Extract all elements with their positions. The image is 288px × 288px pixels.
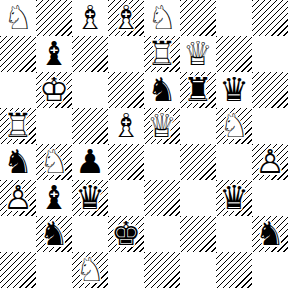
square-e6[interactable]: ♞♞ [144, 72, 180, 108]
square-b4[interactable]: ♞♘ [36, 144, 72, 180]
white-king-icon[interactable]: ♔ [36, 72, 72, 108]
square-g4[interactable] [216, 144, 252, 180]
square-c1[interactable]: ♞♘ [72, 252, 108, 288]
square-f1[interactable] [180, 252, 216, 288]
square-b8[interactable] [36, 0, 72, 36]
black-queen-icon[interactable]: ♛ [72, 180, 108, 216]
black-king-icon[interactable]: ♚ [108, 216, 144, 252]
square-c8[interactable]: ♝♗ [72, 0, 108, 36]
black-knight-icon[interactable]: ♞ [252, 216, 288, 252]
white-knight-icon[interactable]: ♘ [0, 0, 36, 36]
white-bishop-icon[interactable]: ♗ [108, 0, 144, 36]
square-h2[interactable]: ♞♞ [252, 216, 288, 252]
square-d6[interactable] [108, 72, 144, 108]
square-b6[interactable]: ♚♔ [36, 72, 72, 108]
white-knight-icon[interactable]: ♘ [144, 0, 180, 36]
square-a2[interactable] [0, 216, 36, 252]
square-e4[interactable] [144, 144, 180, 180]
square-g3[interactable]: ♛♛ [216, 180, 252, 216]
square-c7[interactable] [72, 36, 108, 72]
square-g2[interactable] [216, 216, 252, 252]
square-a1[interactable] [0, 252, 36, 288]
square-c4[interactable]: ♟♟ [72, 144, 108, 180]
square-f7[interactable]: ♛♕ [180, 36, 216, 72]
square-b1[interactable] [36, 252, 72, 288]
white-queen-icon[interactable]: ♕ [144, 108, 180, 144]
square-h6[interactable] [252, 72, 288, 108]
square-h5[interactable] [252, 108, 288, 144]
square-a3[interactable]: ♟♙ [0, 180, 36, 216]
square-f3[interactable] [180, 180, 216, 216]
black-bishop-icon[interactable]: ♝ [36, 36, 72, 72]
square-h8[interactable] [252, 0, 288, 36]
white-bishop-icon[interactable]: ♗ [72, 0, 108, 36]
square-a8[interactable]: ♞♘ [0, 0, 36, 36]
square-b7[interactable]: ♝♝ [36, 36, 72, 72]
chess-diagram: ♞♘♝♗♝♗♞♘♝♝♜♖♛♕♚♔♞♞♜♜♛♛♜♖♝♗♛♕♞♘♞♞♞♘♟♟♟♙♟♙… [0, 0, 288, 288]
square-g1[interactable] [216, 252, 252, 288]
square-d5[interactable]: ♝♗ [108, 108, 144, 144]
black-knight-icon[interactable]: ♞ [36, 216, 72, 252]
square-b3[interactable]: ♝♝ [36, 180, 72, 216]
square-b2[interactable]: ♞♞ [36, 216, 72, 252]
square-a7[interactable] [0, 36, 36, 72]
square-e1[interactable] [144, 252, 180, 288]
square-h3[interactable] [252, 180, 288, 216]
square-d7[interactable] [108, 36, 144, 72]
black-pawn-icon[interactable]: ♟ [72, 144, 108, 180]
square-f4[interactable] [180, 144, 216, 180]
square-g7[interactable] [216, 36, 252, 72]
white-knight-icon[interactable]: ♘ [36, 144, 72, 180]
square-f8[interactable] [180, 0, 216, 36]
square-e3[interactable] [144, 180, 180, 216]
square-e5[interactable]: ♛♕ [144, 108, 180, 144]
square-g6[interactable]: ♛♛ [216, 72, 252, 108]
square-h1[interactable] [252, 252, 288, 288]
square-f2[interactable] [180, 216, 216, 252]
square-h7[interactable] [252, 36, 288, 72]
square-a5[interactable]: ♜♖ [0, 108, 36, 144]
chess-board: ♞♘♝♗♝♗♞♘♝♝♜♖♛♕♚♔♞♞♜♜♛♛♜♖♝♗♛♕♞♘♞♞♞♘♟♟♟♙♟♙… [0, 0, 288, 288]
white-pawn-icon[interactable]: ♙ [0, 180, 36, 216]
white-bishop-icon[interactable]: ♗ [108, 108, 144, 144]
white-knight-icon[interactable]: ♘ [216, 108, 252, 144]
square-h4[interactable]: ♟♙ [252, 144, 288, 180]
black-queen-icon[interactable]: ♛ [216, 180, 252, 216]
square-d3[interactable] [108, 180, 144, 216]
square-c6[interactable] [72, 72, 108, 108]
square-e2[interactable] [144, 216, 180, 252]
square-g5[interactable]: ♞♘ [216, 108, 252, 144]
square-f5[interactable] [180, 108, 216, 144]
white-rook-icon[interactable]: ♖ [144, 36, 180, 72]
square-c2[interactable] [72, 216, 108, 252]
square-a4[interactable]: ♞♞ [0, 144, 36, 180]
square-a6[interactable] [0, 72, 36, 108]
black-rook-icon[interactable]: ♜ [180, 72, 216, 108]
square-e7[interactable]: ♜♖ [144, 36, 180, 72]
square-d1[interactable] [108, 252, 144, 288]
square-f6[interactable]: ♜♜ [180, 72, 216, 108]
square-c5[interactable] [72, 108, 108, 144]
black-knight-icon[interactable]: ♞ [144, 72, 180, 108]
square-d2[interactable]: ♚♚ [108, 216, 144, 252]
square-d4[interactable] [108, 144, 144, 180]
white-rook-icon[interactable]: ♖ [0, 108, 36, 144]
square-g8[interactable] [216, 0, 252, 36]
white-pawn-icon[interactable]: ♙ [252, 144, 288, 180]
black-bishop-icon[interactable]: ♝ [36, 180, 72, 216]
square-b5[interactable] [36, 108, 72, 144]
white-knight-icon[interactable]: ♘ [72, 252, 108, 288]
black-knight-icon[interactable]: ♞ [0, 144, 36, 180]
black-queen-icon[interactable]: ♛ [216, 72, 252, 108]
square-d8[interactable]: ♝♗ [108, 0, 144, 36]
square-e8[interactable]: ♞♘ [144, 0, 180, 36]
white-queen-icon[interactable]: ♕ [180, 36, 216, 72]
square-c3[interactable]: ♛♛ [72, 180, 108, 216]
